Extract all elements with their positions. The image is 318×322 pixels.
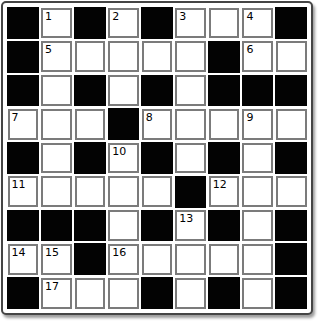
cell-r4c5[interactable]: 8 (140, 107, 174, 141)
black-square (208, 210, 240, 242)
black-square (41, 210, 73, 242)
cell-r1c8[interactable]: 4 (241, 6, 275, 40)
black-square (7, 7, 39, 39)
crossword-frame: 1234567891011121314151617 (1, 1, 313, 315)
white-square (175, 109, 206, 140)
cell-r5c4[interactable]: 10 (107, 141, 141, 175)
cell-r6c3[interactable] (73, 175, 107, 209)
white-square (209, 8, 240, 39)
white-square (209, 109, 240, 140)
white-square (209, 244, 240, 275)
cell-r8c5[interactable] (140, 242, 174, 276)
clue-number: 2 (112, 10, 119, 23)
cell-r5c8[interactable] (241, 141, 275, 175)
clue-number: 6 (246, 43, 253, 56)
white-square: 7 (8, 109, 39, 140)
white-square (41, 75, 72, 106)
cell-r5c3 (73, 141, 107, 175)
white-square: 10 (108, 143, 139, 174)
black-square (275, 243, 307, 275)
white-square: 16 (108, 244, 139, 275)
white-square (108, 278, 139, 309)
cell-r3c1 (6, 74, 40, 108)
white-square (276, 41, 307, 72)
white-square (242, 176, 273, 207)
cell-r3c6[interactable] (174, 74, 208, 108)
black-square (208, 75, 240, 107)
white-square (41, 109, 72, 140)
white-square: 1 (41, 8, 72, 39)
cell-r8c9 (274, 242, 308, 276)
black-square (141, 7, 173, 39)
cell-r9c6[interactable] (174, 276, 208, 310)
white-square (242, 278, 273, 309)
cell-r8c8[interactable] (241, 242, 275, 276)
cell-r2c7 (207, 40, 241, 74)
cell-r1c5 (140, 6, 174, 40)
white-square: 15 (41, 244, 72, 275)
white-square (75, 41, 106, 72)
black-square (7, 75, 39, 107)
white-square (175, 278, 206, 309)
white-square (175, 244, 206, 275)
cell-r8c3 (73, 242, 107, 276)
black-square (74, 7, 106, 39)
black-square (141, 75, 173, 107)
black-square (275, 142, 307, 174)
cell-r4c1[interactable]: 7 (6, 107, 40, 141)
cell-r4c9[interactable] (274, 107, 308, 141)
cell-r8c7[interactable] (207, 242, 241, 276)
cell-r5c5 (140, 141, 174, 175)
cell-r5c6[interactable] (174, 141, 208, 175)
cell-r7c3 (73, 209, 107, 243)
cell-r6c7[interactable]: 12 (207, 175, 241, 209)
white-square: 2 (108, 8, 139, 39)
clue-number: 13 (179, 212, 193, 225)
clue-number: 10 (112, 145, 126, 158)
cell-r6c4[interactable] (107, 175, 141, 209)
cell-r4c4 (107, 107, 141, 141)
white-square (41, 176, 72, 207)
white-square: 12 (209, 176, 240, 207)
cell-r9c1 (6, 276, 40, 310)
black-square (7, 210, 39, 242)
cell-r1c4[interactable]: 2 (107, 6, 141, 40)
cell-r8c6[interactable] (174, 242, 208, 276)
white-square: 17 (41, 278, 72, 309)
clue-number: 3 (179, 10, 186, 23)
cell-r4c8[interactable]: 9 (241, 107, 275, 141)
black-square (74, 210, 106, 242)
white-square (75, 176, 106, 207)
cell-r1c9 (274, 6, 308, 40)
cell-r9c9 (274, 276, 308, 310)
white-square (75, 109, 106, 140)
white-square (175, 41, 206, 72)
cell-r3c4[interactable] (107, 74, 141, 108)
cell-r6c2[interactable] (40, 175, 74, 209)
white-square (75, 278, 106, 309)
cell-r2c6[interactable] (174, 40, 208, 74)
cell-r7c7 (207, 209, 241, 243)
cell-r7c4[interactable] (107, 209, 141, 243)
cell-r5c7 (207, 141, 241, 175)
cell-r8c1[interactable]: 14 (6, 242, 40, 276)
white-square (276, 109, 307, 140)
black-square (275, 75, 307, 107)
white-square (108, 75, 139, 106)
cell-r2c5[interactable] (140, 40, 174, 74)
clue-number: 5 (45, 43, 52, 56)
cell-r3c2[interactable] (40, 74, 74, 108)
white-square: 5 (41, 41, 72, 72)
cell-r7c6[interactable]: 13 (174, 209, 208, 243)
white-square (175, 75, 206, 106)
cell-r9c2[interactable]: 17 (40, 276, 74, 310)
cell-r6c8[interactable] (241, 175, 275, 209)
black-square (208, 41, 240, 73)
clue-number: 1 (45, 10, 52, 23)
cell-r9c7 (207, 276, 241, 310)
black-square (74, 75, 106, 107)
cell-r1c7[interactable] (207, 6, 241, 40)
cell-r7c9 (274, 209, 308, 243)
clue-number: 7 (12, 111, 19, 124)
black-square (74, 142, 106, 174)
cell-r7c5 (140, 209, 174, 243)
clue-number: 4 (246, 10, 253, 23)
white-square: 8 (142, 109, 173, 140)
cell-r9c8[interactable] (241, 276, 275, 310)
black-square (175, 176, 207, 208)
clue-number: 11 (12, 178, 26, 191)
cell-r1c3 (73, 6, 107, 40)
white-square (242, 244, 273, 275)
cell-r5c1 (6, 141, 40, 175)
cell-r5c9 (274, 141, 308, 175)
cell-r3c8 (241, 74, 275, 108)
white-square (108, 176, 139, 207)
clue-number: 14 (12, 246, 26, 259)
cell-r2c1 (6, 40, 40, 74)
white-square (142, 176, 173, 207)
cell-r5c2[interactable] (40, 141, 74, 175)
white-square (142, 244, 173, 275)
clue-number: 15 (45, 246, 59, 259)
clue-number: 16 (112, 246, 126, 259)
white-square: 14 (8, 244, 39, 275)
cell-r7c2 (40, 209, 74, 243)
black-square (141, 210, 173, 242)
cell-r1c2[interactable]: 1 (40, 6, 74, 40)
black-square (208, 142, 240, 174)
cell-r4c2[interactable] (40, 107, 74, 141)
cell-r3c9 (274, 74, 308, 108)
white-square: 11 (8, 176, 39, 207)
cell-r3c7 (207, 74, 241, 108)
white-square (41, 143, 72, 174)
black-square (7, 41, 39, 73)
cell-r7c1 (6, 209, 40, 243)
white-square (242, 143, 273, 174)
clue-number: 17 (45, 280, 59, 293)
white-square: 6 (242, 41, 273, 72)
cell-r2c2[interactable]: 5 (40, 40, 74, 74)
black-square (208, 277, 240, 309)
cell-r2c9[interactable] (274, 40, 308, 74)
cell-r2c8[interactable]: 6 (241, 40, 275, 74)
black-square (275, 210, 307, 242)
black-square (275, 277, 307, 309)
white-square (108, 41, 139, 72)
white-square (242, 210, 273, 241)
white-square: 4 (242, 8, 273, 39)
cell-r3c5 (140, 74, 174, 108)
black-square (141, 277, 173, 309)
black-square (7, 142, 39, 174)
cell-r1c6[interactable]: 3 (174, 6, 208, 40)
black-square (7, 277, 39, 309)
cell-r6c9[interactable] (274, 175, 308, 209)
cell-r2c3[interactable] (73, 40, 107, 74)
white-square: 3 (175, 8, 206, 39)
clue-number: 12 (213, 178, 227, 191)
clue-number: 9 (246, 111, 253, 124)
cell-r1c1 (6, 6, 40, 40)
crossword-board: 1234567891011121314151617 (4, 4, 310, 312)
white-square (142, 41, 173, 72)
black-square (242, 75, 274, 107)
cell-r4c7[interactable] (207, 107, 241, 141)
black-square (141, 142, 173, 174)
white-square: 13 (175, 210, 206, 241)
cell-r6c1[interactable]: 11 (6, 175, 40, 209)
cell-r9c5 (140, 276, 174, 310)
cell-r6c5[interactable] (140, 175, 174, 209)
cell-r9c3[interactable] (73, 276, 107, 310)
black-square (74, 243, 106, 275)
cell-r4c3[interactable] (73, 107, 107, 141)
cell-r8c2[interactable]: 15 (40, 242, 74, 276)
white-square (175, 143, 206, 174)
cell-r8c4[interactable]: 16 (107, 242, 141, 276)
cell-r3c3 (73, 74, 107, 108)
cell-r6c6 (174, 175, 208, 209)
cell-r2c4[interactable] (107, 40, 141, 74)
black-square (275, 7, 307, 39)
clue-number: 8 (146, 111, 153, 124)
cell-r7c8[interactable] (241, 209, 275, 243)
white-square: 9 (242, 109, 273, 140)
black-square (108, 108, 140, 140)
white-square (276, 176, 307, 207)
white-square (108, 210, 139, 241)
cell-r4c6[interactable] (174, 107, 208, 141)
cell-r9c4[interactable] (107, 276, 141, 310)
